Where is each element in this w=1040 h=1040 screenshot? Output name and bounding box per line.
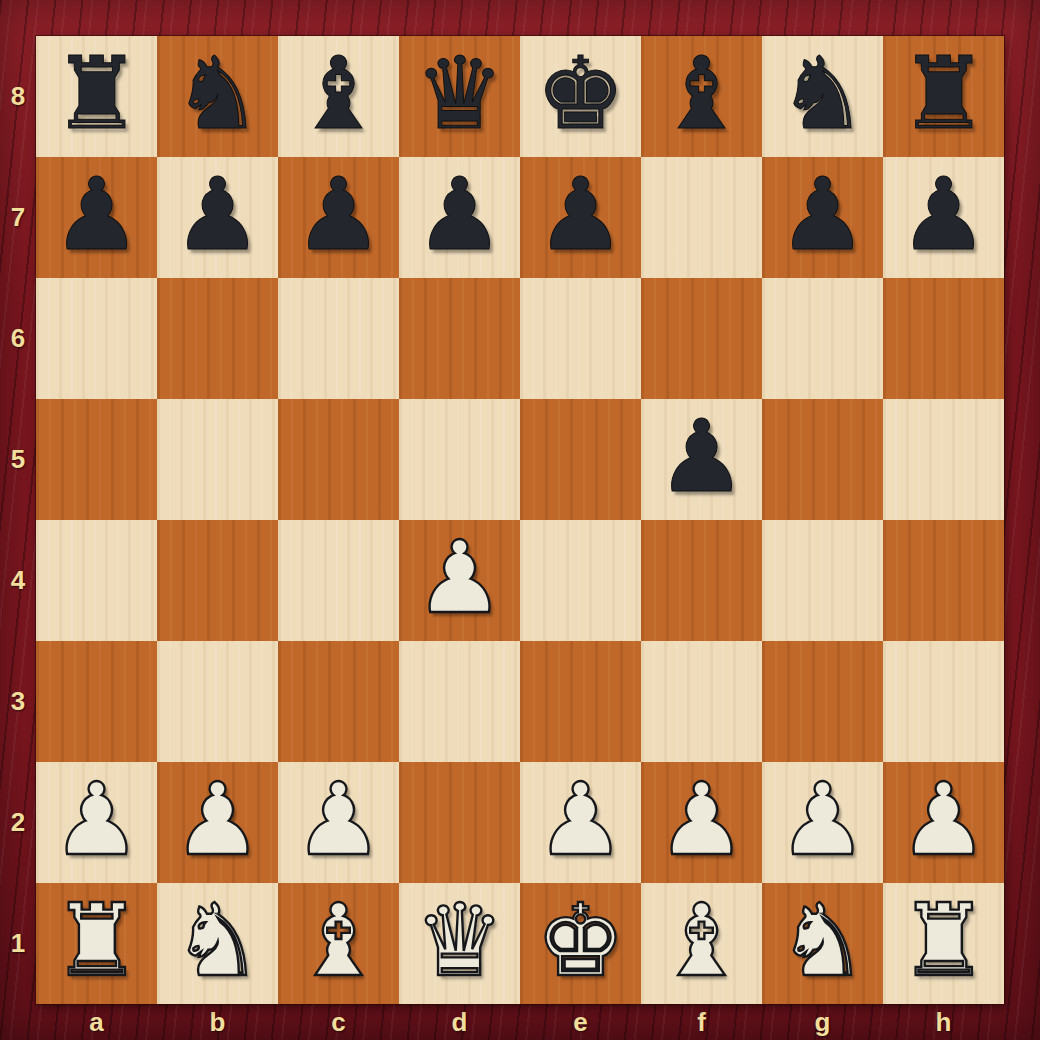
square-h4[interactable]	[883, 520, 1004, 641]
square-f6[interactable]	[641, 278, 762, 399]
square-a1[interactable]: ♜	[36, 883, 157, 1004]
white-pawn[interactable]: ♟	[657, 770, 747, 870]
black-pawn[interactable]: ♟	[294, 165, 384, 265]
square-f5[interactable]: ♟	[641, 399, 762, 520]
file-label-d: d	[399, 1004, 520, 1040]
rank-label-4: 4	[0, 520, 36, 641]
black-pawn[interactable]: ♟	[52, 165, 142, 265]
square-e2[interactable]: ♟	[520, 762, 641, 883]
white-pawn[interactable]: ♟	[536, 770, 626, 870]
square-e5[interactable]	[520, 399, 641, 520]
square-g5[interactable]	[762, 399, 883, 520]
white-rook[interactable]: ♜	[52, 891, 142, 991]
square-c3[interactable]	[278, 641, 399, 762]
rank-label-2: 2	[0, 762, 36, 883]
white-pawn[interactable]: ♟	[294, 770, 384, 870]
square-b1[interactable]: ♞	[157, 883, 278, 1004]
square-f7[interactable]	[641, 157, 762, 278]
square-h6[interactable]	[883, 278, 1004, 399]
black-rook[interactable]: ♜	[899, 44, 989, 144]
square-d3[interactable]	[399, 641, 520, 762]
square-g3[interactable]	[762, 641, 883, 762]
file-label-g: g	[762, 1004, 883, 1040]
square-g1[interactable]: ♞	[762, 883, 883, 1004]
square-h3[interactable]	[883, 641, 1004, 762]
square-c5[interactable]	[278, 399, 399, 520]
rank-label-1: 1	[0, 883, 36, 1004]
file-label-e: e	[520, 1004, 641, 1040]
white-bishop[interactable]: ♝	[657, 891, 747, 991]
square-a5[interactable]	[36, 399, 157, 520]
square-f1[interactable]: ♝	[641, 883, 762, 1004]
square-h2[interactable]: ♟	[883, 762, 1004, 883]
white-pawn[interactable]: ♟	[415, 528, 505, 628]
rank-label-8: 8	[0, 36, 36, 157]
square-g8[interactable]: ♞	[762, 36, 883, 157]
white-knight[interactable]: ♞	[173, 891, 263, 991]
file-label-h: h	[883, 1004, 1004, 1040]
white-pawn[interactable]: ♟	[778, 770, 868, 870]
square-b6[interactable]	[157, 278, 278, 399]
file-label-a: a	[36, 1004, 157, 1040]
file-labels: abcdefgh	[36, 1004, 1004, 1040]
white-king[interactable]: ♚	[536, 891, 626, 991]
black-queen[interactable]: ♛	[415, 44, 505, 144]
square-a6[interactable]	[36, 278, 157, 399]
black-knight[interactable]: ♞	[173, 44, 263, 144]
black-pawn[interactable]: ♟	[536, 165, 626, 265]
square-h5[interactable]	[883, 399, 1004, 520]
rank-label-7: 7	[0, 157, 36, 278]
file-label-c: c	[278, 1004, 399, 1040]
file-label-b: b	[157, 1004, 278, 1040]
black-bishop[interactable]: ♝	[657, 44, 747, 144]
square-g4[interactable]	[762, 520, 883, 641]
square-d8[interactable]: ♛	[399, 36, 520, 157]
black-pawn[interactable]: ♟	[899, 165, 989, 265]
square-a2[interactable]: ♟	[36, 762, 157, 883]
square-e8[interactable]: ♚	[520, 36, 641, 157]
square-c7[interactable]: ♟	[278, 157, 399, 278]
black-pawn[interactable]: ♟	[657, 407, 747, 507]
black-knight[interactable]: ♞	[778, 44, 868, 144]
square-h7[interactable]: ♟	[883, 157, 1004, 278]
square-c1[interactable]: ♝	[278, 883, 399, 1004]
black-pawn[interactable]: ♟	[778, 165, 868, 265]
square-g6[interactable]	[762, 278, 883, 399]
rank-labels: 87654321	[0, 36, 36, 1004]
square-b2[interactable]: ♟	[157, 762, 278, 883]
square-f3[interactable]	[641, 641, 762, 762]
square-d6[interactable]	[399, 278, 520, 399]
square-b4[interactable]	[157, 520, 278, 641]
rank-label-6: 6	[0, 278, 36, 399]
square-b3[interactable]	[157, 641, 278, 762]
black-pawn[interactable]: ♟	[173, 165, 263, 265]
black-king[interactable]: ♚	[536, 44, 626, 144]
square-b5[interactable]	[157, 399, 278, 520]
square-a3[interactable]	[36, 641, 157, 762]
square-d5[interactable]	[399, 399, 520, 520]
square-e6[interactable]	[520, 278, 641, 399]
square-a8[interactable]: ♜	[36, 36, 157, 157]
white-pawn[interactable]: ♟	[173, 770, 263, 870]
white-pawn[interactable]: ♟	[899, 770, 989, 870]
square-h8[interactable]: ♜	[883, 36, 1004, 157]
square-c8[interactable]: ♝	[278, 36, 399, 157]
square-e4[interactable]	[520, 520, 641, 641]
rank-label-5: 5	[0, 399, 36, 520]
square-f4[interactable]	[641, 520, 762, 641]
square-b7[interactable]: ♟	[157, 157, 278, 278]
black-pawn[interactable]: ♟	[415, 165, 505, 265]
square-d4[interactable]: ♟	[399, 520, 520, 641]
white-bishop[interactable]: ♝	[294, 891, 384, 991]
square-b8[interactable]: ♞	[157, 36, 278, 157]
white-knight[interactable]: ♞	[778, 891, 868, 991]
square-d2[interactable]	[399, 762, 520, 883]
square-d1[interactable]: ♛	[399, 883, 520, 1004]
square-a7[interactable]: ♟	[36, 157, 157, 278]
square-c2[interactable]: ♟	[278, 762, 399, 883]
square-f8[interactable]: ♝	[641, 36, 762, 157]
square-f2[interactable]: ♟	[641, 762, 762, 883]
square-d7[interactable]: ♟	[399, 157, 520, 278]
square-c4[interactable]	[278, 520, 399, 641]
white-rook[interactable]: ♜	[899, 891, 989, 991]
black-bishop[interactable]: ♝	[294, 44, 384, 144]
chess-board-frame: 87654321 abcdefgh ♜♞♝♛♚♝♞♜♟♟♟♟♟♟♟♟♟♟♟♟♟♟…	[0, 0, 1040, 1040]
file-label-f: f	[641, 1004, 762, 1040]
white-queen[interactable]: ♛	[415, 891, 505, 991]
square-h1[interactable]: ♜	[883, 883, 1004, 1004]
square-c6[interactable]	[278, 278, 399, 399]
square-a4[interactable]	[36, 520, 157, 641]
chess-board: ♜♞♝♛♚♝♞♜♟♟♟♟♟♟♟♟♟♟♟♟♟♟♟♟♜♞♝♛♚♝♞♜	[36, 36, 1004, 1004]
white-pawn[interactable]: ♟	[52, 770, 142, 870]
square-e7[interactable]: ♟	[520, 157, 641, 278]
square-e3[interactable]	[520, 641, 641, 762]
square-e1[interactable]: ♚	[520, 883, 641, 1004]
black-rook[interactable]: ♜	[52, 44, 142, 144]
rank-label-3: 3	[0, 641, 36, 762]
square-g2[interactable]: ♟	[762, 762, 883, 883]
square-g7[interactable]: ♟	[762, 157, 883, 278]
